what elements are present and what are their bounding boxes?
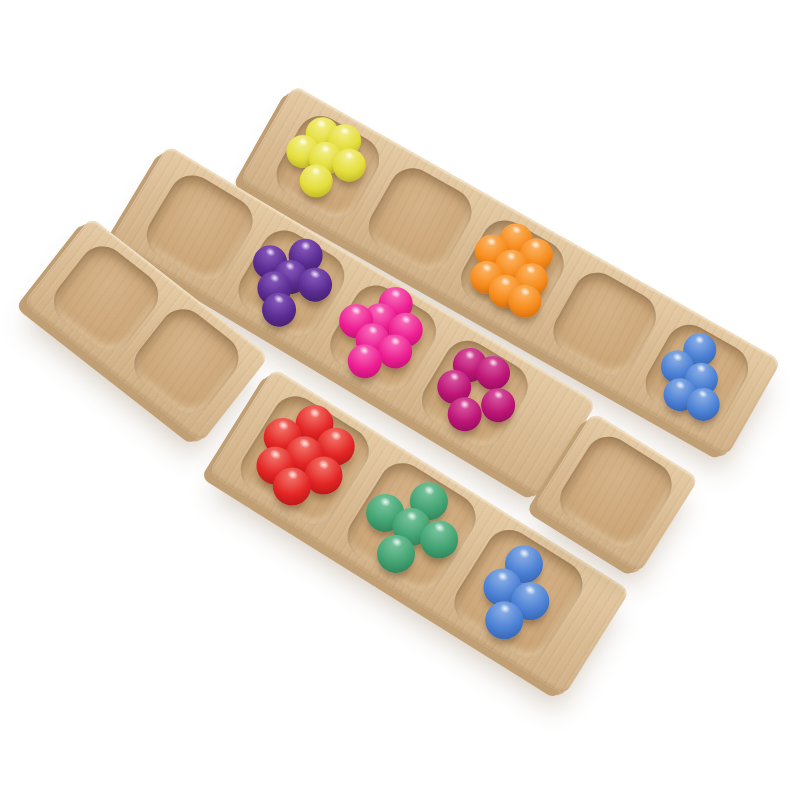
four-compartment-tray-compartment-2-purple[interactable] <box>230 222 353 345</box>
four-compartment-tray-compartment-4-magenta[interactable] <box>413 332 536 455</box>
five-compartment-tray-compartment-2-empty[interactable] <box>360 160 480 280</box>
five-compartment-tray-compartment-4-empty[interactable] <box>545 264 665 384</box>
photo-scene <box>0 0 800 800</box>
five-compartment-tray-compartment-5-blue[interactable] <box>637 316 757 436</box>
one-compartment-tray-compartment-1-empty[interactable] <box>551 428 681 558</box>
five-compartment-tray-compartment-3-orange[interactable] <box>452 212 572 332</box>
three-compartment-tray-compartment-1-red[interactable] <box>232 387 378 533</box>
five-compartment-tray-compartment-1-yellow[interactable] <box>268 107 388 227</box>
three-compartment-tray-compartment-3-blue[interactable] <box>445 521 591 667</box>
four-compartment-tray-compartment-3-pink[interactable] <box>321 277 444 400</box>
three-compartment-tray-compartment-2-green[interactable] <box>339 454 485 600</box>
magenta-bead[interactable] <box>475 382 522 429</box>
